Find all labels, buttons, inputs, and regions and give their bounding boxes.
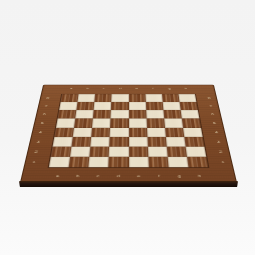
board-square [90,146,110,156]
board-square [162,94,180,102]
coordinate-label: g [161,87,178,90]
board-square [49,157,70,168]
board-square [147,146,167,156]
board-square [95,94,112,102]
board-square [76,102,94,110]
board-square [59,102,77,110]
board-square [72,137,92,147]
board-square [78,94,96,102]
board-square [112,94,129,102]
board-square [145,102,163,110]
coordinate-label: 8 [43,94,53,102]
board-square [163,110,181,118]
board-square [92,119,111,128]
board-square [91,128,110,137]
coordinate-label: b [67,173,88,178]
board-square [166,146,186,156]
file-labels-bottom: abcdefgh [47,173,210,178]
board-square [183,128,203,137]
coordinate-label: 8 [204,94,214,102]
board-square [179,102,197,110]
coordinate-label: a [47,173,68,178]
board-square [129,137,148,147]
coordinate-label: 4 [211,128,222,137]
coordinate-label: e [129,173,149,178]
photo-background: abcdefgh abcdefgh 87654321 87654321 [0,0,255,255]
board-square [69,157,90,168]
board-square [146,110,164,118]
board-square [178,94,196,102]
coordinate-label: g [169,173,190,178]
board-square [167,157,188,168]
board-square [162,102,180,110]
board-square [61,94,79,102]
board-square [129,110,147,118]
board-square [146,119,165,128]
board-square [184,137,204,147]
board-square [111,110,129,118]
board-square [53,137,73,147]
coordinate-label: 4 [35,128,46,137]
board-square [89,157,109,168]
board-square [56,119,75,128]
coordinate-label: 6 [207,110,218,118]
coordinate-label: 3 [33,137,44,147]
board-square [111,102,128,110]
coordinate-label: 2 [30,146,42,156]
board-square [129,102,146,110]
board-square [54,128,74,137]
board-square [147,128,166,137]
board-square [110,128,129,137]
board-square [93,110,111,118]
file-labels-top: abcdefgh [63,87,195,90]
coordinate-label: h [189,173,210,178]
coordinate-label: 5 [37,119,48,128]
board-square [74,119,93,128]
coordinate-label: c [96,87,113,90]
board-front-edge [19,181,238,187]
coordinate-label: 7 [206,102,216,110]
board-square [109,157,129,168]
board-square [147,137,166,147]
board-square [181,110,200,118]
board-grid [49,94,208,167]
coordinate-label: 5 [209,119,220,128]
board-square [129,146,148,156]
board-square [91,137,110,147]
board-square [51,146,72,156]
board-square [109,146,128,156]
coordinate-label: 7 [41,102,51,110]
coordinate-label: 2 [215,146,227,156]
board-square [166,137,186,147]
board-square [75,110,93,118]
board-square [129,157,149,168]
coordinate-label: f [149,173,170,178]
board-square [58,110,77,118]
board-square [185,146,206,156]
coordinate-label: 3 [213,137,224,147]
board-square [145,94,162,102]
board-square [129,94,146,102]
board-square [148,157,168,168]
board-square [129,128,148,137]
coordinate-label: e [129,87,145,90]
board-square [110,137,129,147]
board-square [129,119,147,128]
board-square [110,119,128,128]
board-square [70,146,90,156]
board-square [182,119,201,128]
coordinate-label: d [108,173,128,178]
board-square [165,128,184,137]
coordinate-label: c [88,173,109,178]
coordinate-label: a [63,87,80,90]
coordinate-label: f [145,87,162,90]
coordinate-label: b [79,87,96,90]
chessboard: abcdefgh abcdefgh 87654321 87654321 [20,85,237,182]
board-square [94,102,112,110]
coordinate-label: 6 [39,110,50,118]
board-square [164,119,183,128]
board-square [187,157,208,168]
coordinate-label: h [177,87,194,90]
coordinate-label: d [112,87,128,90]
board-square [73,128,92,137]
